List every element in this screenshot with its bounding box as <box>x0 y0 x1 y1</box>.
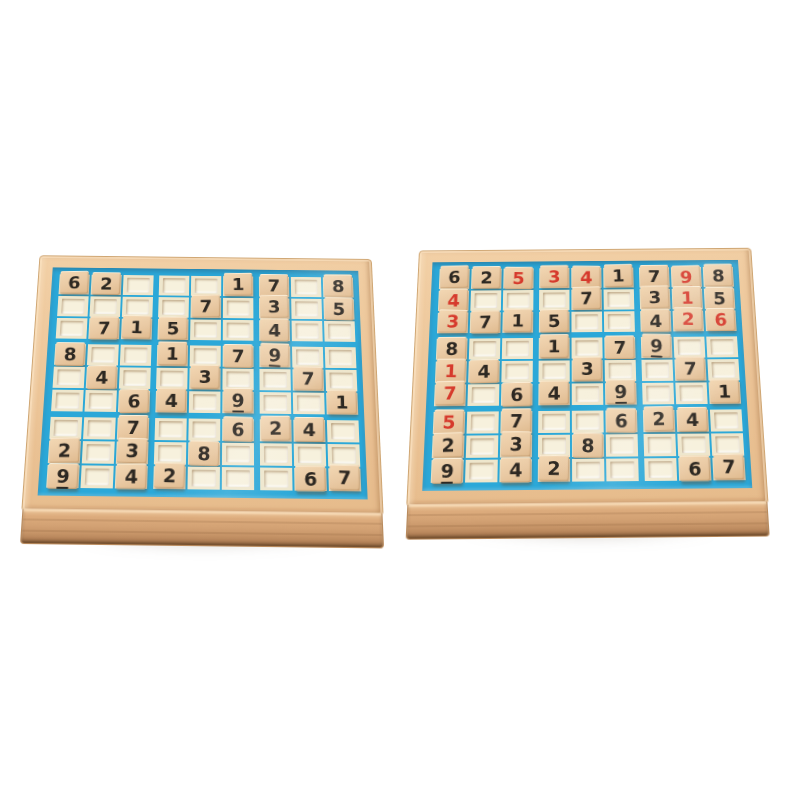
number-tile-4[interactable]: 4 <box>677 407 708 432</box>
number-tile-2[interactable]: 2 <box>433 432 463 458</box>
cell-r6c6[interactable]: 9 <box>605 383 637 405</box>
cell-r2c5[interactable]: 7 <box>571 290 602 310</box>
cell-r9c7[interactable] <box>260 468 292 491</box>
number-tile-2[interactable]: 2 <box>260 416 290 441</box>
cell-r9c1[interactable]: 9 <box>431 460 464 483</box>
cell-r3c8[interactable] <box>292 321 323 342</box>
empty-pocket <box>677 339 701 355</box>
number-tile-6[interactable]: 6 <box>606 408 636 433</box>
cell-r5c4[interactable] <box>538 360 569 381</box>
cell-r6c3[interactable]: 6 <box>118 390 150 412</box>
tile-digit: 7 <box>580 289 593 306</box>
cell-r5c6[interactable] <box>222 369 253 391</box>
number-tile-1[interactable]: 1 <box>158 341 188 365</box>
number-tile-4[interactable]: 4 <box>116 463 147 489</box>
cell-r1c1[interactable]: 6 <box>439 269 470 289</box>
wood-frame: 6254371341757983154268147617349971572394… <box>406 248 768 507</box>
cell-r1c6[interactable]: 1 <box>223 276 253 296</box>
number-tile-7[interactable]: 7 <box>640 265 669 287</box>
number-tile-4[interactable]: 4 <box>469 359 498 384</box>
number-tile-3-red[interactable]: 3 <box>438 309 468 333</box>
number-tile-8[interactable]: 8 <box>324 274 353 297</box>
number-tile-8[interactable]: 8 <box>437 337 467 361</box>
number-tile-1-red[interactable]: 1 <box>673 286 702 309</box>
empty-pocket <box>53 420 78 437</box>
cell-r6c2[interactable] <box>467 384 499 406</box>
cell-r5c8[interactable]: 7 <box>674 359 706 380</box>
number-tile-1[interactable]: 1 <box>709 379 740 403</box>
cell-r1c8[interactable]: 9 <box>671 267 702 287</box>
cell-r8c6[interactable] <box>222 443 254 466</box>
cell-r9c3[interactable]: 4 <box>499 459 532 482</box>
number-tile-3-red[interactable]: 3 <box>540 265 568 288</box>
cell-r9c4[interactable]: 2 <box>153 466 186 489</box>
cell-r6c4[interactable]: 4 <box>155 391 187 413</box>
number-tile-1[interactable]: 1 <box>540 334 569 358</box>
cell-r7c4[interactable] <box>538 411 570 433</box>
number-tile-3[interactable]: 3 <box>573 357 602 381</box>
number-tile-6[interactable]: 6 <box>60 271 89 294</box>
cell-r9c2[interactable] <box>80 465 113 488</box>
cell-r5c9[interactable] <box>325 370 357 392</box>
cell-r7c9[interactable] <box>710 409 743 431</box>
cell-r9c9[interactable]: 7 <box>712 457 745 480</box>
number-tile-2[interactable]: 2 <box>472 266 501 289</box>
cell-r9c7[interactable] <box>644 458 677 481</box>
cell-r2c8[interactable] <box>291 299 322 320</box>
number-tile-7[interactable]: 7 <box>224 344 253 368</box>
number-tile-1-red[interactable]: 1 <box>436 359 467 383</box>
tile-digit: 6 <box>68 274 81 291</box>
tile-digit: 8 <box>63 345 77 362</box>
cell-r7c1[interactable]: 5 <box>433 412 466 434</box>
cell-r3c7[interactable]: 4 <box>640 311 671 332</box>
number-tile-9[interactable]: 9 <box>47 463 79 489</box>
empty-pocket <box>715 436 740 453</box>
cell-r5c9[interactable] <box>707 359 739 380</box>
number-tile-6-red[interactable]: 6 <box>706 308 736 332</box>
number-tile-2[interactable]: 2 <box>539 455 570 481</box>
cell-r7c6[interactable]: 6 <box>605 410 637 432</box>
cell-r3c9[interactable] <box>324 321 355 342</box>
cell-r7c8[interactable]: 4 <box>676 410 709 432</box>
empty-pocket <box>471 387 495 403</box>
number-tile-4-red[interactable]: 4 <box>572 266 600 289</box>
cell-r7c5[interactable] <box>188 418 220 440</box>
cell-r3c1[interactable] <box>56 318 88 339</box>
cell-r4c7[interactable]: 9 <box>641 337 673 358</box>
number-tile-4-red[interactable]: 4 <box>439 288 468 311</box>
cell-r4c2[interactable] <box>469 338 500 359</box>
cell-r7c7[interactable]: 2 <box>643 410 675 432</box>
cell-r2c9[interactable]: 5 <box>704 288 735 308</box>
box-4: 846 <box>51 344 151 412</box>
number-tile-2[interactable]: 2 <box>49 437 80 463</box>
tile-digit: 4 <box>548 384 561 402</box>
box-7: 72394 <box>46 417 149 489</box>
number-tile-3[interactable]: 3 <box>190 364 219 388</box>
cell-r8c2[interactable] <box>466 435 499 458</box>
empty-pocket <box>158 445 182 462</box>
tile-digit: 2 <box>547 459 561 478</box>
empty-pocket <box>263 372 287 388</box>
number-tile-7[interactable]: 7 <box>572 286 601 310</box>
cell-r9c6[interactable] <box>222 467 254 490</box>
cell-r3c4[interactable]: 5 <box>539 312 570 333</box>
empty-pocket <box>86 444 111 461</box>
number-tile-7[interactable]: 7 <box>605 335 634 359</box>
number-tile-1[interactable]: 1 <box>224 273 253 296</box>
cell-r5c5[interactable]: 3 <box>572 360 603 381</box>
cell-r6c3[interactable]: 6 <box>501 384 533 406</box>
cell-r1c4[interactable] <box>159 275 190 295</box>
cell-r2c7[interactable]: 3 <box>639 289 670 309</box>
number-tile-9[interactable]: 9 <box>260 343 289 368</box>
number-tile-6[interactable]: 6 <box>223 416 253 442</box>
cell-r1c3[interactable] <box>123 275 154 295</box>
tile-digit: 7 <box>648 268 661 284</box>
empty-pocket <box>85 468 110 485</box>
cell-r6c9[interactable]: 1 <box>326 393 358 415</box>
number-tile-1[interactable]: 1 <box>327 389 357 414</box>
tile-digit: 4 <box>165 391 178 409</box>
cell-r2c2[interactable] <box>470 290 501 310</box>
number-tile-8[interactable]: 8 <box>55 342 85 366</box>
number-tile-4[interactable]: 4 <box>260 318 289 342</box>
cell-r9c9[interactable]: 7 <box>328 468 361 491</box>
cell-r1c5[interactable] <box>191 276 221 296</box>
number-tile-5[interactable]: 5 <box>159 317 188 340</box>
cell-r4c7[interactable]: 9 <box>259 346 290 367</box>
cell-r6c7[interactable] <box>260 392 292 414</box>
number-tile-7[interactable]: 7 <box>675 356 705 380</box>
number-tile-3[interactable]: 3 <box>640 285 670 309</box>
cell-r3c9[interactable]: 6 <box>705 310 737 331</box>
cell-r4c3[interactable] <box>120 345 152 366</box>
cell-r2c5[interactable]: 7 <box>190 297 221 318</box>
number-tile-6[interactable]: 6 <box>119 389 149 414</box>
cell-r3c3[interactable]: 1 <box>121 319 152 340</box>
cell-r1c3[interactable]: 5 <box>503 268 533 288</box>
number-tile-9[interactable]: 9 <box>642 334 671 358</box>
cell-r8c7[interactable] <box>644 434 677 457</box>
cell-r3c5[interactable] <box>190 319 221 340</box>
number-tile-7[interactable]: 7 <box>471 310 500 334</box>
number-tile-9-red[interactable]: 9 <box>671 265 701 288</box>
cell-r7c6[interactable]: 6 <box>222 419 254 441</box>
empty-pocket <box>473 341 497 357</box>
cell-r4c1[interactable]: 8 <box>54 344 86 365</box>
number-tile-2-red[interactable]: 2 <box>674 307 703 331</box>
tile-digit: 4 <box>95 368 108 386</box>
number-tile-8[interactable]: 8 <box>189 440 220 466</box>
cell-r5c8[interactable]: 7 <box>292 369 324 391</box>
tile-digit: 8 <box>332 277 345 294</box>
number-tile-4[interactable]: 4 <box>87 365 117 389</box>
number-tile-4[interactable]: 4 <box>539 380 569 405</box>
cell-r4c8[interactable] <box>292 347 323 368</box>
number-tile-3[interactable]: 3 <box>117 437 148 463</box>
number-tile-2[interactable]: 2 <box>154 462 185 488</box>
tile-digit: 9 <box>232 391 245 409</box>
sudoku-board-right: 6254371341757983154268147617349971572394… <box>409 229 765 547</box>
tile-digit: 6 <box>615 411 628 429</box>
cell-r5c3[interactable] <box>119 367 151 389</box>
cell-r4c6[interactable]: 7 <box>223 346 254 367</box>
cell-r1c2[interactable]: 2 <box>91 275 122 295</box>
tile-digit: 7 <box>684 359 697 377</box>
cell-r7c9[interactable] <box>327 420 359 442</box>
cell-r3c4[interactable]: 5 <box>157 319 188 340</box>
tile-digit: 9 <box>614 383 627 401</box>
cell-r2c1[interactable]: 4 <box>438 291 469 311</box>
empty-pocket <box>645 362 669 378</box>
cell-r4c9[interactable] <box>325 347 357 368</box>
wood-box-side <box>406 502 770 540</box>
cell-r6c2[interactable] <box>85 390 117 412</box>
tile-digit: 4 <box>268 321 281 338</box>
box-8: 682 <box>153 418 254 490</box>
cell-r9c4[interactable]: 2 <box>538 459 570 482</box>
tile-digit: 1 <box>232 276 245 292</box>
number-tile-6[interactable]: 6 <box>502 382 532 407</box>
cell-r3c2[interactable]: 7 <box>470 312 501 333</box>
cell-r6c1[interactable] <box>51 390 84 412</box>
tile-digit: 6 <box>688 459 702 478</box>
cell-r3c6[interactable] <box>223 320 254 341</box>
number-tile-7[interactable]: 7 <box>329 464 359 491</box>
cell-r7c2[interactable] <box>467 411 499 433</box>
cell-r9c1[interactable]: 9 <box>46 465 79 488</box>
cell-r9c3[interactable]: 4 <box>115 466 148 489</box>
cell-r6c9[interactable]: 1 <box>709 382 742 404</box>
number-tile-2[interactable]: 2 <box>92 272 121 295</box>
tile-digit: 2 <box>652 409 666 427</box>
cell-r3c3[interactable]: 1 <box>502 312 533 333</box>
cell-r6c8[interactable] <box>293 392 325 414</box>
tile-digit: 1 <box>511 312 524 329</box>
number-tile-5[interactable]: 5 <box>705 287 734 310</box>
number-tile-8[interactable]: 8 <box>704 264 733 287</box>
cell-r5c7[interactable] <box>259 369 290 391</box>
cell-r5c2[interactable]: 4 <box>468 361 500 383</box>
number-tile-5-red[interactable]: 5 <box>434 409 465 434</box>
cell-r6c4[interactable]: 4 <box>538 384 570 406</box>
tile-digit: 3 <box>581 360 594 378</box>
sudoku-board-left: 62711757835484617349971723946822467 <box>25 237 381 555</box>
number-tile-7[interactable]: 7 <box>294 366 323 391</box>
cell-r2c6[interactable] <box>604 289 635 309</box>
cell-r6c1[interactable]: 7 <box>434 384 466 406</box>
cell-r1c2[interactable]: 2 <box>471 269 502 289</box>
cell-r6c6[interactable]: 9 <box>222 392 254 414</box>
board-3d-wrap: 6254371341757983154268147617349971572394… <box>405 248 771 540</box>
cell-r4c5[interactable] <box>572 337 603 358</box>
cell-r8c7[interactable] <box>260 443 292 466</box>
cell-r7c7[interactable]: 2 <box>260 419 292 441</box>
cell-r8c9[interactable] <box>711 433 744 456</box>
cell-r7c4[interactable] <box>155 418 187 440</box>
cell-r1c5[interactable]: 4 <box>571 268 601 288</box>
cell-r1c1[interactable]: 6 <box>59 274 90 294</box>
tile-digit: 3 <box>509 435 523 454</box>
number-tile-9[interactable]: 9 <box>432 458 463 484</box>
cell-r7c1[interactable] <box>49 417 82 439</box>
cell-r3c1[interactable]: 3 <box>437 313 468 334</box>
tile-digit: 1 <box>130 318 144 335</box>
cell-r4c5[interactable] <box>190 345 221 366</box>
cell-r1c4[interactable]: 3 <box>539 268 569 288</box>
cell-r8c3[interactable]: 3 <box>500 435 532 458</box>
number-tile-4[interactable]: 4 <box>641 309 670 332</box>
cell-r4c9[interactable] <box>706 336 738 357</box>
cell-r5c3[interactable] <box>501 361 532 383</box>
cell-r2c3[interactable] <box>503 290 534 310</box>
tile-digit: 6 <box>448 268 461 285</box>
empty-pocket <box>264 395 288 411</box>
number-tile-6[interactable]: 6 <box>295 465 326 491</box>
cell-r8c1[interactable]: 2 <box>48 441 81 464</box>
cell-r3c2[interactable]: 7 <box>88 318 120 339</box>
cell-r3c6[interactable] <box>604 311 635 332</box>
empty-pocket <box>298 447 322 464</box>
cell-r8c8[interactable] <box>294 444 326 467</box>
tile-digit: 4 <box>509 460 522 479</box>
number-tile-3[interactable]: 3 <box>260 295 289 318</box>
number-tile-7[interactable]: 7 <box>118 415 149 440</box>
number-tile-7[interactable]: 7 <box>260 274 288 297</box>
cell-r2c6[interactable] <box>223 298 254 319</box>
cell-r8c1[interactable]: 2 <box>432 436 465 459</box>
number-tile-7[interactable]: 7 <box>89 316 119 339</box>
tile-digit: 6 <box>128 392 141 410</box>
cell-r2c7[interactable]: 3 <box>259 298 290 319</box>
cell-r5c2[interactable]: 4 <box>86 367 118 389</box>
cell-r2c4[interactable] <box>539 290 570 310</box>
empty-pocket <box>710 339 734 355</box>
cell-r1c9[interactable]: 8 <box>323 277 354 297</box>
cell-r5c1[interactable] <box>53 367 85 389</box>
cell-r7c5[interactable] <box>572 411 604 433</box>
box-2: 34175 <box>539 268 635 333</box>
empty-pocket <box>226 470 250 487</box>
empty-pocket <box>162 300 185 315</box>
cell-r4c2[interactable] <box>87 344 119 365</box>
tile-digit: 5 <box>713 290 726 307</box>
empty-pocket <box>469 463 494 480</box>
cell-r8c4[interactable] <box>538 435 570 458</box>
cell-r8c2[interactable] <box>82 441 115 464</box>
cell-r9c5[interactable] <box>187 467 219 490</box>
number-tile-7[interactable]: 7 <box>192 295 221 318</box>
cell-r1c6[interactable]: 1 <box>603 268 634 288</box>
cell-r8c5[interactable]: 8 <box>188 442 220 465</box>
cell-r5c6[interactable] <box>605 360 637 381</box>
empty-pocket <box>507 293 530 308</box>
number-tile-5-red[interactable]: 5 <box>504 267 533 290</box>
cell-r8c5[interactable]: 8 <box>572 434 604 457</box>
cell-r5c4[interactable] <box>156 368 188 390</box>
empty-pocket <box>295 301 318 316</box>
cell-r3c7[interactable]: 4 <box>259 320 290 341</box>
cell-r3c5[interactable] <box>571 311 602 332</box>
cell-r9c8[interactable]: 6 <box>678 458 711 481</box>
cell-r4c6[interactable]: 7 <box>604 337 635 358</box>
cell-r6c7[interactable] <box>642 383 674 405</box>
number-tile-5[interactable]: 5 <box>540 309 569 333</box>
number-tile-1[interactable]: 1 <box>503 309 532 332</box>
cell-r6c5[interactable] <box>189 391 221 413</box>
tile-digit: 7 <box>200 298 213 315</box>
empty-pocket <box>610 437 634 454</box>
cell-r2c2[interactable] <box>89 296 120 317</box>
cell-r4c3[interactable] <box>502 338 533 359</box>
box-9: 2467 <box>260 419 362 491</box>
cell-r7c3[interactable]: 7 <box>500 411 532 433</box>
number-tile-6[interactable]: 6 <box>679 455 710 481</box>
box-5: 17349 <box>155 345 253 414</box>
cell-r4c4[interactable]: 1 <box>157 345 188 366</box>
number-tile-5[interactable]: 5 <box>325 297 354 321</box>
number-tile-3[interactable]: 3 <box>501 431 532 457</box>
cell-r9c6[interactable] <box>606 458 639 481</box>
cell-r1c8[interactable] <box>291 277 322 297</box>
cell-r9c8[interactable]: 6 <box>294 468 327 491</box>
number-tile-6[interactable]: 6 <box>440 265 468 288</box>
number-tile-2[interactable]: 2 <box>644 406 675 432</box>
cell-r7c2[interactable] <box>83 417 116 439</box>
box-3: 798315426 <box>639 267 737 332</box>
number-tile-9[interactable]: 9 <box>606 379 636 404</box>
cell-r9c2[interactable] <box>465 460 498 483</box>
number-tile-4[interactable]: 4 <box>294 417 324 442</box>
empty-pocket <box>648 437 672 454</box>
cell-r2c9[interactable]: 5 <box>323 299 354 320</box>
cell-r1c9[interactable]: 8 <box>703 267 734 287</box>
cell-r6c8[interactable] <box>675 382 707 404</box>
cell-r6c5[interactable] <box>572 383 604 405</box>
cell-r3c8[interactable]: 2 <box>673 311 705 332</box>
cell-r8c3[interactable]: 3 <box>116 442 149 465</box>
cell-r5c7[interactable] <box>641 360 673 381</box>
cell-r8c6[interactable] <box>606 434 638 457</box>
cell-r4c1[interactable]: 8 <box>436 339 468 360</box>
cell-r2c1[interactable] <box>57 296 89 317</box>
cell-r7c8[interactable]: 4 <box>293 420 325 442</box>
number-tile-4[interactable]: 4 <box>501 457 531 483</box>
cell-r4c8[interactable] <box>674 337 706 358</box>
number-tile-7[interactable]: 7 <box>501 408 531 433</box>
number-tile-1[interactable]: 1 <box>122 315 152 339</box>
wood-box-side <box>20 509 384 548</box>
tile-digit: 2 <box>682 310 695 327</box>
number-tile-9[interactable]: 9 <box>223 388 253 412</box>
cell-r8c8[interactable] <box>677 434 710 457</box>
empty-pocket <box>57 369 81 385</box>
cell-r5c5[interactable]: 3 <box>189 368 220 390</box>
empty-pocket <box>194 322 217 337</box>
cell-r4c4[interactable]: 1 <box>539 338 570 359</box>
number-tile-7-red[interactable]: 7 <box>435 380 465 405</box>
cell-r2c4[interactable] <box>158 297 189 318</box>
number-tile-8[interactable]: 8 <box>573 432 603 457</box>
cell-r9c5[interactable] <box>572 459 604 482</box>
number-tile-4[interactable]: 4 <box>156 388 186 413</box>
number-tile-7[interactable]: 7 <box>713 453 744 479</box>
number-tile-1[interactable]: 1 <box>604 264 633 287</box>
box-9: 2467 <box>643 409 746 481</box>
empty-pocket <box>711 362 735 378</box>
